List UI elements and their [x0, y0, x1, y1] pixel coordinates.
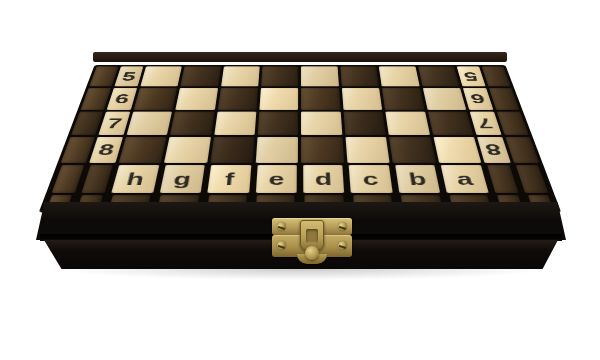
rank-label-5-left: 5	[115, 66, 143, 86]
square-a6	[423, 88, 467, 110]
square-e8	[256, 137, 299, 163]
border-square-right-letters	[516, 165, 549, 193]
square-e5	[261, 66, 299, 86]
square-b7	[386, 112, 430, 136]
rank-label-8-left-text: 8	[96, 142, 116, 157]
square-g7	[170, 112, 214, 136]
square-b5	[379, 66, 420, 86]
corner-square-left	[81, 165, 113, 193]
square-f8	[210, 137, 255, 163]
border-square-right-7	[497, 112, 529, 136]
square-g8	[164, 137, 210, 163]
file-label-cell-h-text: h	[125, 170, 146, 187]
rank-label-5-right-text: 5	[463, 70, 480, 82]
board-top-face: 55667788hgfedcba	[39, 65, 562, 213]
file-label-cell-e: e	[255, 165, 297, 193]
file-label-cell-a: a	[441, 165, 489, 193]
rank-label-8-right: 8	[477, 137, 510, 163]
border-square-left-5	[89, 66, 118, 86]
file-label-cell-g: g	[159, 165, 205, 193]
file-label-cell-c: c	[349, 165, 393, 193]
square-f5	[221, 66, 260, 86]
rank-label-7-left: 7	[99, 112, 130, 136]
border-square-right-6	[489, 88, 520, 110]
file-label-cell-e-text: e	[268, 170, 284, 187]
square-g5	[180, 66, 221, 86]
screw-icon	[277, 222, 286, 231]
file-label-cell-g-text: g	[172, 170, 192, 187]
square-g6	[175, 88, 217, 110]
square-c7	[344, 112, 387, 136]
rank-label-5-right: 5	[457, 66, 485, 86]
rank-label-6-right-text: 6	[469, 92, 487, 105]
board-grid: 55667788hgfedcba	[39, 65, 562, 213]
square-h6	[133, 88, 177, 110]
rank-label-7-right: 7	[470, 112, 501, 136]
file-label-cell-b: b	[395, 165, 441, 193]
box-back-fold-edge	[93, 52, 507, 62]
file-label-cell-a-text: a	[455, 170, 475, 187]
rank-label-5-left-text: 5	[120, 70, 137, 82]
square-d8	[302, 137, 345, 163]
square-d7	[301, 112, 342, 136]
square-c6	[342, 88, 383, 110]
file-label-cell-c-text: c	[362, 170, 379, 187]
brass-latch	[272, 218, 352, 264]
border-square-right-8	[505, 137, 539, 163]
latch-hook-window	[306, 229, 318, 243]
screw-icon	[338, 241, 347, 250]
square-h5	[140, 66, 182, 86]
square-b8	[389, 137, 435, 163]
file-label-cell-d-text: d	[315, 170, 333, 187]
rank-label-6-left: 6	[107, 88, 137, 110]
square-h8	[118, 137, 166, 163]
screw-icon	[277, 241, 286, 250]
rank-label-8-left: 8	[89, 137, 122, 163]
square-h7	[126, 112, 172, 136]
border-square-left-letters	[51, 165, 84, 193]
rank-label-7-right-text: 7	[476, 116, 495, 130]
photo-scene: 55667788hgfedcba	[0, 0, 600, 360]
square-d5	[301, 66, 339, 86]
rank-label-7-left-text: 7	[105, 116, 124, 130]
square-e7	[258, 112, 299, 136]
square-f7	[214, 112, 257, 136]
square-b6	[382, 88, 424, 110]
rank-label-6-right: 6	[463, 88, 493, 110]
square-c8	[345, 137, 390, 163]
square-d6	[301, 88, 340, 110]
square-f6	[217, 88, 258, 110]
rank-label-6-left-text: 6	[113, 92, 131, 105]
square-e6	[259, 88, 298, 110]
screw-icon	[338, 222, 347, 231]
file-label-cell-h: h	[111, 165, 159, 193]
rank-label-8-right-text: 8	[484, 142, 504, 157]
square-a8	[433, 137, 481, 163]
border-square-right-5	[481, 66, 510, 86]
file-label-cell-f-text: f	[224, 170, 235, 187]
latch-knob	[305, 246, 319, 260]
file-label-cell-f: f	[207, 165, 251, 193]
file-label-cell-d: d	[303, 165, 345, 193]
square-c5	[340, 66, 379, 86]
corner-square-right	[487, 165, 519, 193]
square-a7	[428, 112, 474, 136]
square-a5	[418, 66, 460, 86]
file-label-cell-b-text: b	[407, 170, 427, 187]
